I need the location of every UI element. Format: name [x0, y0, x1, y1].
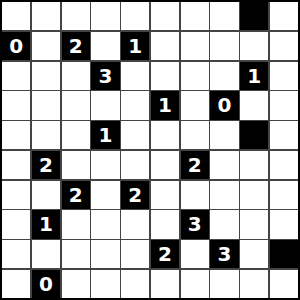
- cell-empty[interactable]: [32, 181, 60, 209]
- cell-empty[interactable]: [210, 181, 238, 209]
- cell-empty[interactable]: [151, 151, 179, 179]
- cell-empty[interactable]: [181, 240, 209, 268]
- cell-empty[interactable]: [151, 62, 179, 90]
- cell-empty[interactable]: [91, 181, 119, 209]
- cell-clue: 2: [121, 181, 149, 209]
- cell-empty[interactable]: [210, 32, 238, 60]
- cell-empty[interactable]: [91, 32, 119, 60]
- cell-empty[interactable]: [151, 121, 179, 149]
- cell-empty[interactable]: [32, 91, 60, 119]
- cell-clue: 2: [181, 151, 209, 179]
- cell-empty[interactable]: [2, 91, 30, 119]
- cell-clue: 1: [151, 91, 179, 119]
- cell-empty[interactable]: [151, 2, 179, 30]
- cell-clue: 0: [32, 270, 60, 298]
- cell-empty[interactable]: [62, 270, 90, 298]
- cell-clue: 3: [91, 62, 119, 90]
- cell-empty[interactable]: [240, 210, 268, 238]
- cell-black-wall: [270, 240, 298, 268]
- cell-empty[interactable]: [121, 62, 149, 90]
- cell-clue: 1: [240, 62, 268, 90]
- cell-empty[interactable]: [270, 270, 298, 298]
- cell-clue: 2: [151, 240, 179, 268]
- cell-empty[interactable]: [270, 210, 298, 238]
- cell-empty[interactable]: [2, 270, 30, 298]
- cell-empty[interactable]: [240, 270, 268, 298]
- cell-empty[interactable]: [62, 240, 90, 268]
- cell-empty[interactable]: [121, 151, 149, 179]
- cell-empty[interactable]: [210, 151, 238, 179]
- cell-clue: 0: [2, 32, 30, 60]
- cell-empty[interactable]: [121, 270, 149, 298]
- cell-empty[interactable]: [121, 121, 149, 149]
- cell-empty[interactable]: [270, 91, 298, 119]
- cell-empty[interactable]: [62, 2, 90, 30]
- cell-clue: 3: [181, 210, 209, 238]
- cell-clue: 2: [32, 151, 60, 179]
- cell-empty[interactable]: [270, 181, 298, 209]
- cell-empty[interactable]: [91, 270, 119, 298]
- cell-empty[interactable]: [32, 62, 60, 90]
- cell-empty[interactable]: [2, 181, 30, 209]
- cell-empty[interactable]: [121, 210, 149, 238]
- cell-empty[interactable]: [240, 240, 268, 268]
- cell-black-wall: [240, 2, 268, 30]
- cell-empty[interactable]: [270, 2, 298, 30]
- cell-empty[interactable]: [151, 181, 179, 209]
- akari-puzzle-board: 02131101222213230: [0, 0, 300, 300]
- cell-empty[interactable]: [121, 2, 149, 30]
- cell-empty[interactable]: [2, 121, 30, 149]
- cell-black-wall: [240, 121, 268, 149]
- cell-clue: 3: [210, 240, 238, 268]
- cell-empty[interactable]: [2, 210, 30, 238]
- cell-empty[interactable]: [240, 151, 268, 179]
- cell-empty[interactable]: [240, 32, 268, 60]
- cell-empty[interactable]: [270, 151, 298, 179]
- cell-empty[interactable]: [91, 2, 119, 30]
- cell-empty[interactable]: [2, 2, 30, 30]
- cell-empty[interactable]: [91, 210, 119, 238]
- cell-empty[interactable]: [181, 91, 209, 119]
- cell-empty[interactable]: [210, 121, 238, 149]
- cell-empty[interactable]: [121, 240, 149, 268]
- cell-empty[interactable]: [32, 240, 60, 268]
- cell-empty[interactable]: [270, 62, 298, 90]
- cell-clue: 2: [62, 181, 90, 209]
- cell-empty[interactable]: [270, 32, 298, 60]
- cell-empty[interactable]: [240, 91, 268, 119]
- cell-empty[interactable]: [2, 240, 30, 268]
- cell-empty[interactable]: [181, 181, 209, 209]
- cell-empty[interactable]: [181, 121, 209, 149]
- cell-empty[interactable]: [151, 270, 179, 298]
- cell-empty[interactable]: [91, 151, 119, 179]
- cell-empty[interactable]: [2, 62, 30, 90]
- cell-empty[interactable]: [32, 32, 60, 60]
- cell-empty[interactable]: [91, 240, 119, 268]
- cell-empty[interactable]: [210, 62, 238, 90]
- cell-empty[interactable]: [32, 2, 60, 30]
- cell-clue: 2: [62, 32, 90, 60]
- cell-empty[interactable]: [62, 62, 90, 90]
- cell-empty[interactable]: [181, 32, 209, 60]
- cell-empty[interactable]: [2, 151, 30, 179]
- cell-empty[interactable]: [181, 62, 209, 90]
- cell-clue: 0: [210, 91, 238, 119]
- cell-empty[interactable]: [210, 2, 238, 30]
- cell-empty[interactable]: [62, 121, 90, 149]
- cell-clue: 1: [91, 121, 119, 149]
- cell-empty[interactable]: [151, 32, 179, 60]
- cell-empty[interactable]: [240, 181, 268, 209]
- cell-empty[interactable]: [32, 121, 60, 149]
- cell-clue: 1: [121, 32, 149, 60]
- cell-empty[interactable]: [91, 91, 119, 119]
- cell-empty[interactable]: [181, 2, 209, 30]
- cell-empty[interactable]: [210, 210, 238, 238]
- cell-empty[interactable]: [62, 210, 90, 238]
- cell-empty[interactable]: [210, 270, 238, 298]
- cell-empty[interactable]: [121, 91, 149, 119]
- cell-empty[interactable]: [62, 91, 90, 119]
- cell-empty[interactable]: [270, 121, 298, 149]
- cell-clue: 1: [32, 210, 60, 238]
- cell-empty[interactable]: [151, 210, 179, 238]
- cell-empty[interactable]: [62, 151, 90, 179]
- cell-empty[interactable]: [181, 270, 209, 298]
